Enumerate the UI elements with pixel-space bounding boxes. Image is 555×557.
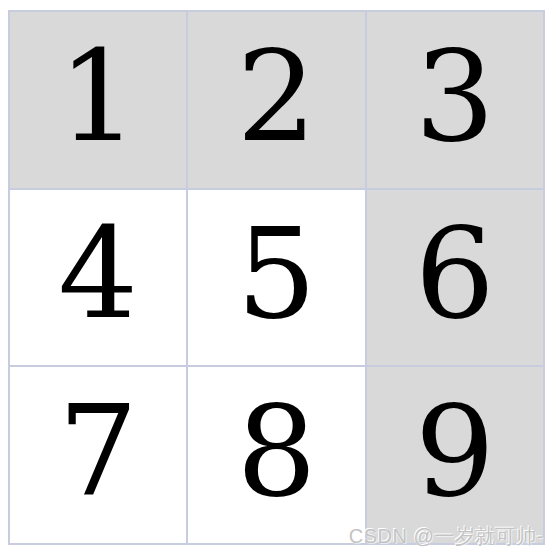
cell-r1c3: 3 (367, 12, 543, 188)
cell-r2c2: 5 (188, 190, 364, 366)
cell-r1c2: 2 (188, 12, 364, 188)
cell-r2c1: 4 (10, 190, 186, 366)
cell-r3c3: 9 (367, 367, 543, 543)
grid-board: 1 2 3 4 5 6 7 8 9 (8, 10, 545, 545)
cell-r2c3: 6 (367, 190, 543, 366)
cell-r1c1: 1 (10, 12, 186, 188)
cell-r3c1: 7 (10, 367, 186, 543)
cell-r3c2: 8 (188, 367, 364, 543)
